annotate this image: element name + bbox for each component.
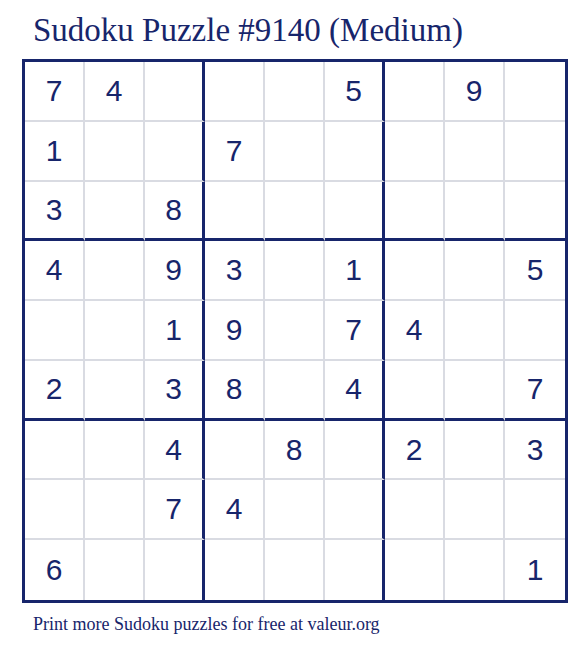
cell-r8c3: 7 xyxy=(145,480,205,540)
cell-r2c7[interactable] xyxy=(385,122,445,182)
cell-r5c5[interactable] xyxy=(265,301,325,361)
cell-r3c4[interactable] xyxy=(205,182,265,242)
cell-r6c2[interactable] xyxy=(85,361,145,421)
cell-r9c1: 6 xyxy=(25,540,85,600)
cell-r5c4: 9 xyxy=(205,301,265,361)
cell-r6c5[interactable] xyxy=(265,361,325,421)
cell-r2c9[interactable] xyxy=(505,122,565,182)
cell-r6c4: 8 xyxy=(205,361,265,421)
cell-r2c6[interactable] xyxy=(325,122,385,182)
cell-r8c4: 4 xyxy=(205,480,265,540)
cell-r7c8[interactable] xyxy=(445,421,505,481)
cell-r1c3[interactable] xyxy=(145,62,205,122)
cell-r4c1: 4 xyxy=(25,241,85,301)
cell-r8c8[interactable] xyxy=(445,480,505,540)
cell-r3c6[interactable] xyxy=(325,182,385,242)
cell-r7c2[interactable] xyxy=(85,421,145,481)
cell-r6c7[interactable] xyxy=(385,361,445,421)
cell-r9c3[interactable] xyxy=(145,540,205,600)
cell-r1c2: 4 xyxy=(85,62,145,122)
cell-r4c5[interactable] xyxy=(265,241,325,301)
cell-r1c8: 9 xyxy=(445,62,505,122)
cell-r4c9: 5 xyxy=(505,241,565,301)
cell-r7c1[interactable] xyxy=(25,421,85,481)
cell-r9c6[interactable] xyxy=(325,540,385,600)
cell-r3c1: 3 xyxy=(25,182,85,242)
cell-r9c2[interactable] xyxy=(85,540,145,600)
cell-r1c7[interactable] xyxy=(385,62,445,122)
cell-r8c5[interactable] xyxy=(265,480,325,540)
cell-r3c5[interactable] xyxy=(265,182,325,242)
cell-r1c1: 7 xyxy=(25,62,85,122)
cell-r1c5[interactable] xyxy=(265,62,325,122)
cell-r3c8[interactable] xyxy=(445,182,505,242)
cell-r5c8[interactable] xyxy=(445,301,505,361)
cell-r2c1: 1 xyxy=(25,122,85,182)
cell-r2c5[interactable] xyxy=(265,122,325,182)
cell-r1c4[interactable] xyxy=(205,62,265,122)
cell-r5c7: 4 xyxy=(385,301,445,361)
cell-r2c4: 7 xyxy=(205,122,265,182)
cell-r4c4: 3 xyxy=(205,241,265,301)
cell-r8c6[interactable] xyxy=(325,480,385,540)
cell-r4c7[interactable] xyxy=(385,241,445,301)
cell-r3c7[interactable] xyxy=(385,182,445,242)
page-title: Sudoku Puzzle #9140 (Medium) xyxy=(33,12,463,48)
cell-r4c6: 1 xyxy=(325,241,385,301)
cell-r5c1[interactable] xyxy=(25,301,85,361)
cell-r6c3: 3 xyxy=(145,361,205,421)
cell-r7c4[interactable] xyxy=(205,421,265,481)
sudoku-board: 745917384931519742384748237461 xyxy=(22,59,568,603)
cell-r8c9[interactable] xyxy=(505,480,565,540)
cell-r6c9: 7 xyxy=(505,361,565,421)
cell-r7c7: 2 xyxy=(385,421,445,481)
cell-r5c9[interactable] xyxy=(505,301,565,361)
cell-r9c4[interactable] xyxy=(205,540,265,600)
footer-note: Print more Sudoku puzzles for free at va… xyxy=(33,614,380,635)
cell-r3c2[interactable] xyxy=(85,182,145,242)
cell-r3c9[interactable] xyxy=(505,182,565,242)
cell-r8c2[interactable] xyxy=(85,480,145,540)
cell-r2c2[interactable] xyxy=(85,122,145,182)
cell-r5c3: 1 xyxy=(145,301,205,361)
cell-r5c6: 7 xyxy=(325,301,385,361)
cell-r5c2[interactable] xyxy=(85,301,145,361)
cell-r7c5: 8 xyxy=(265,421,325,481)
cell-r8c1[interactable] xyxy=(25,480,85,540)
cell-r9c8[interactable] xyxy=(445,540,505,600)
cell-r4c3: 9 xyxy=(145,241,205,301)
cell-r3c3: 8 xyxy=(145,182,205,242)
cell-r9c9: 1 xyxy=(505,540,565,600)
cell-r4c8[interactable] xyxy=(445,241,505,301)
cell-r6c8[interactable] xyxy=(445,361,505,421)
cell-r2c3[interactable] xyxy=(145,122,205,182)
cell-r1c9[interactable] xyxy=(505,62,565,122)
cell-r6c1: 2 xyxy=(25,361,85,421)
cell-r7c9: 3 xyxy=(505,421,565,481)
cell-r6c6: 4 xyxy=(325,361,385,421)
cell-r7c3: 4 xyxy=(145,421,205,481)
cell-r7c6[interactable] xyxy=(325,421,385,481)
cell-r1c6: 5 xyxy=(325,62,385,122)
cell-r8c7[interactable] xyxy=(385,480,445,540)
cell-r9c5[interactable] xyxy=(265,540,325,600)
cell-r4c2[interactable] xyxy=(85,241,145,301)
cell-r9c7[interactable] xyxy=(385,540,445,600)
cell-r2c8[interactable] xyxy=(445,122,505,182)
